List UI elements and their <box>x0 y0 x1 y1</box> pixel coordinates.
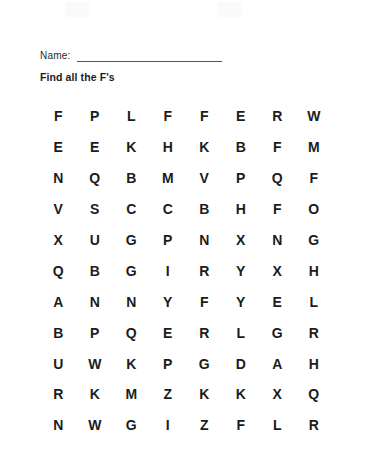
grid-cell-r6c1[interactable]: Q <box>40 255 77 286</box>
grid-cell-r11c3[interactable]: G <box>113 410 150 441</box>
grid-cell-r7c5[interactable]: F <box>186 286 223 317</box>
grid-cell-r4c1[interactable]: V <box>40 194 77 225</box>
grid-cell-r4c2[interactable]: S <box>77 194 114 225</box>
grid-cell-r7c4[interactable]: Y <box>150 286 187 317</box>
grid-cell-r10c2[interactable]: K <box>77 379 114 410</box>
grid-cell-r2c6[interactable]: B <box>223 132 260 163</box>
grid-cell-r1c5[interactable]: F <box>186 101 223 132</box>
grid-cell-r1c7[interactable]: R <box>259 101 296 132</box>
grid-cell-r6c4[interactable]: I <box>150 255 187 286</box>
grid-cell-r4c7[interactable]: F <box>259 194 296 225</box>
grid-cell-r3c5[interactable]: V <box>186 163 223 194</box>
grid-cell-r1c1[interactable]: F <box>40 101 77 132</box>
grid-cell-r4c4[interactable]: C <box>150 194 187 225</box>
grid-cell-r6c3[interactable]: G <box>113 255 150 286</box>
grid-cell-r8c4[interactable]: E <box>150 317 187 348</box>
grid-cell-r9c4[interactable]: P <box>150 348 187 379</box>
grid-cell-r2c2[interactable]: E <box>77 132 114 163</box>
grid-cell-r4c5[interactable]: B <box>186 194 223 225</box>
worksheet-page: Name: Find all the F's FPLFFERWEEKHKBFMN… <box>0 0 370 473</box>
grid-cell-r7c3[interactable]: N <box>113 286 150 317</box>
grid-cell-r9c3[interactable]: K <box>113 348 150 379</box>
page-title: Find all the F's <box>40 71 115 83</box>
letter-grid: FPLFFERWEEKHKBFMNQBMVPQFVSCCBHFOXUGPNXNG… <box>40 101 332 441</box>
grid-cell-r8c1[interactable]: B <box>40 317 77 348</box>
grid-cell-r4c3[interactable]: C <box>113 194 150 225</box>
grid-cell-r4c8[interactable]: O <box>296 194 333 225</box>
grid-cell-r2c5[interactable]: K <box>186 132 223 163</box>
grid-cell-r8c2[interactable]: P <box>77 317 114 348</box>
grid-cell-r7c6[interactable]: Y <box>223 286 260 317</box>
grid-cell-r10c1[interactable]: R <box>40 379 77 410</box>
grid-cell-r9c7[interactable]: A <box>259 348 296 379</box>
grid-cell-r5c5[interactable]: N <box>186 225 223 256</box>
grid-cell-r9c2[interactable]: W <box>77 348 114 379</box>
name-label: Name: <box>40 50 70 61</box>
grid-cell-r2c8[interactable]: M <box>296 132 333 163</box>
grid-cell-r11c1[interactable]: N <box>40 410 77 441</box>
grid-cell-r8c8[interactable]: R <box>296 317 333 348</box>
grid-cell-r10c6[interactable]: K <box>223 379 260 410</box>
grid-cell-r6c6[interactable]: Y <box>223 255 260 286</box>
grid-cell-r3c6[interactable]: P <box>223 163 260 194</box>
grid-cell-r8c3[interactable]: Q <box>113 317 150 348</box>
grid-cell-r5c6[interactable]: X <box>223 225 260 256</box>
grid-cell-r3c4[interactable]: M <box>150 163 187 194</box>
grid-cell-r2c1[interactable]: E <box>40 132 77 163</box>
grid-cell-r11c4[interactable]: I <box>150 410 187 441</box>
scan-artifact <box>218 2 242 17</box>
name-input-line[interactable] <box>77 47 222 62</box>
grid-cell-r4c6[interactable]: H <box>223 194 260 225</box>
grid-cell-r6c5[interactable]: R <box>186 255 223 286</box>
grid-cell-r8c7[interactable]: G <box>259 317 296 348</box>
grid-cell-r5c2[interactable]: U <box>77 225 114 256</box>
grid-cell-r10c4[interactable]: Z <box>150 379 187 410</box>
scan-artifact <box>65 2 89 17</box>
grid-cell-r6c2[interactable]: B <box>77 255 114 286</box>
grid-cell-r7c2[interactable]: N <box>77 286 114 317</box>
grid-cell-r11c5[interactable]: Z <box>186 410 223 441</box>
grid-cell-r9c8[interactable]: H <box>296 348 333 379</box>
grid-cell-r9c1[interactable]: U <box>40 348 77 379</box>
grid-cell-r8c6[interactable]: L <box>223 317 260 348</box>
grid-cell-r9c6[interactable]: D <box>223 348 260 379</box>
grid-cell-r5c8[interactable]: G <box>296 225 333 256</box>
grid-cell-r1c3[interactable]: L <box>113 101 150 132</box>
grid-cell-r7c7[interactable]: E <box>259 286 296 317</box>
grid-cell-r10c3[interactable]: M <box>113 379 150 410</box>
grid-cell-r7c8[interactable]: L <box>296 286 333 317</box>
grid-cell-r6c8[interactable]: H <box>296 255 333 286</box>
grid-cell-r2c4[interactable]: H <box>150 132 187 163</box>
grid-cell-r7c1[interactable]: A <box>40 286 77 317</box>
grid-cell-r1c2[interactable]: P <box>77 101 114 132</box>
grid-cell-r10c7[interactable]: X <box>259 379 296 410</box>
grid-cell-r3c8[interactable]: F <box>296 163 333 194</box>
grid-cell-r1c8[interactable]: W <box>296 101 333 132</box>
grid-cell-r8c5[interactable]: R <box>186 317 223 348</box>
grid-cell-r1c6[interactable]: E <box>223 101 260 132</box>
grid-cell-r1c4[interactable]: F <box>150 101 187 132</box>
grid-cell-r3c7[interactable]: Q <box>259 163 296 194</box>
grid-cell-r11c2[interactable]: W <box>77 410 114 441</box>
grid-cell-r5c4[interactable]: P <box>150 225 187 256</box>
grid-cell-r11c6[interactable]: F <box>223 410 260 441</box>
grid-cell-r10c5[interactable]: K <box>186 379 223 410</box>
grid-cell-r3c3[interactable]: B <box>113 163 150 194</box>
grid-cell-r11c8[interactable]: R <box>296 410 333 441</box>
grid-cell-r5c1[interactable]: X <box>40 225 77 256</box>
grid-cell-r2c3[interactable]: K <box>113 132 150 163</box>
grid-cell-r3c2[interactable]: Q <box>77 163 114 194</box>
grid-cell-r6c7[interactable]: X <box>259 255 296 286</box>
grid-cell-r3c1[interactable]: N <box>40 163 77 194</box>
grid-cell-r2c7[interactable]: F <box>259 132 296 163</box>
grid-cell-r10c8[interactable]: Q <box>296 379 333 410</box>
grid-cell-r5c3[interactable]: G <box>113 225 150 256</box>
grid-cell-r5c7[interactable]: N <box>259 225 296 256</box>
grid-cell-r11c7[interactable]: L <box>259 410 296 441</box>
grid-cell-r9c5[interactable]: G <box>186 348 223 379</box>
